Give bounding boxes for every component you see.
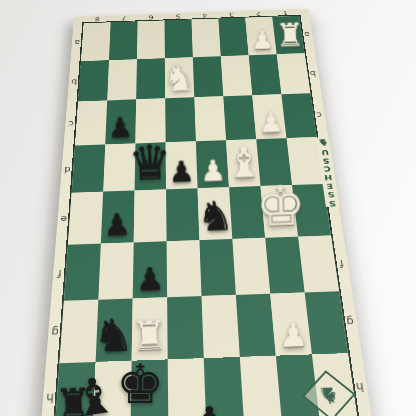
- chess-mat: 87654321 87654321 abcdefgh abcfgh ♞ US C…: [39, 9, 374, 416]
- square-f7: [98, 242, 133, 300]
- piece-bP-c7: ♟: [107, 113, 133, 142]
- square-d6: ♛: [135, 142, 166, 190]
- square-g7: ♞: [96, 298, 133, 361]
- piece-bP-f6: ♟: [135, 263, 164, 296]
- square-b6: [136, 58, 165, 99]
- rank-label-top-8: 8: [84, 15, 111, 23]
- square-g4: [201, 295, 239, 358]
- square-a7: [109, 21, 138, 59]
- piece-wP-d4: ♟: [199, 156, 226, 186]
- square-b3: [221, 55, 253, 96]
- rank-label-top-4: 4: [191, 12, 218, 20]
- piece-bP-e7: ♟: [103, 209, 131, 240]
- square-f4: [199, 239, 235, 296]
- square-d5: ♟: [166, 141, 198, 189]
- piece-wP-a2: ♟: [250, 26, 274, 52]
- square-a4: [191, 19, 220, 57]
- square-h4: [204, 356, 244, 416]
- square-c4: [194, 96, 226, 141]
- square-c3: [223, 95, 256, 140]
- square-e6: [134, 189, 167, 242]
- square-g5: [167, 296, 204, 359]
- square-h3: [240, 355, 282, 416]
- square-e7: ♟: [101, 191, 135, 244]
- piece-bP-d5: ♟: [168, 157, 195, 187]
- square-h6: [130, 359, 168, 416]
- square-g3: [236, 294, 276, 357]
- square-f3: [232, 238, 270, 295]
- piece-bN-g7: ♞: [92, 312, 134, 358]
- rank-label-top-6: 6: [138, 14, 165, 22]
- square-c6: [135, 98, 165, 143]
- square-g6: ♜: [132, 297, 168, 360]
- square-a5: [164, 20, 192, 58]
- square-c7: ♟: [105, 99, 136, 144]
- square-d7: [103, 143, 135, 192]
- square-f6: ♟: [133, 241, 167, 298]
- square-a6: [137, 20, 165, 58]
- square-e2: ♚: [261, 185, 299, 237]
- piece-wR-g6: ♜: [130, 315, 168, 357]
- square-c8: [75, 100, 107, 145]
- rank-label-top-3: 3: [218, 11, 245, 19]
- piece-wN-b5: ♞: [162, 59, 196, 96]
- square-e3: [229, 186, 265, 239]
- square-h7: [93, 360, 132, 416]
- square-a8: [81, 22, 111, 61]
- square-b7: [107, 59, 137, 100]
- square-d8: [72, 144, 106, 193]
- rank-label-top-5: 5: [164, 13, 191, 21]
- photo-scene: 87654321 87654321 abcdefgh abcfgh ♞ US C…: [0, 0, 416, 416]
- square-b4: [193, 56, 223, 97]
- square-d4: ♟: [196, 140, 229, 188]
- square-e8: [68, 192, 103, 245]
- square-d3: ♝: [226, 139, 260, 187]
- square-e4: ♞: [198, 187, 233, 240]
- square-a3: [218, 18, 248, 56]
- square-b8: [78, 60, 109, 101]
- square-b5: ♞: [165, 57, 194, 98]
- square-c5: [165, 97, 196, 142]
- piece-bN-e4: ♞: [196, 195, 234, 237]
- square-h8: ♜: [55, 361, 96, 416]
- rank-label-top-7: 7: [111, 14, 138, 22]
- piece-wP-c2: ♟: [258, 108, 284, 137]
- rank-label-top-1: 1: [271, 9, 299, 17]
- square-e5: [166, 188, 199, 241]
- square-f8: [64, 243, 101, 301]
- square-h5: [168, 358, 207, 416]
- square-f5: [167, 240, 202, 297]
- rank-label-top-2: 2: [245, 10, 273, 18]
- square-g8: [60, 300, 99, 363]
- square-g2: ♟: [270, 292, 312, 355]
- piece-bR-h8: ♜: [53, 383, 93, 416]
- piece-wP-g2: ♟: [278, 317, 309, 351]
